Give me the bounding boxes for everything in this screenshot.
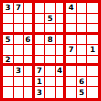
cell-r8c7[interactable] bbox=[66, 77, 77, 88]
cell-r1c7[interactable]: 4 bbox=[66, 3, 77, 14]
cell-r3c6[interactable] bbox=[56, 24, 67, 35]
cell-r2c6[interactable] bbox=[56, 14, 67, 25]
cell-r7c3[interactable] bbox=[24, 66, 35, 77]
cell-r7c6[interactable]: 4 bbox=[56, 66, 67, 77]
cell-r8c8[interactable]: 6 bbox=[77, 77, 88, 88]
cell-r5c6[interactable] bbox=[56, 45, 67, 56]
cell-r9c2[interactable] bbox=[14, 87, 25, 98]
cell-r2c5[interactable]: 5 bbox=[45, 14, 56, 25]
cell-r1c4[interactable] bbox=[35, 3, 46, 14]
cell-r1c3[interactable] bbox=[24, 3, 35, 14]
cell-r1c5[interactable] bbox=[45, 3, 56, 14]
cell-r7c4[interactable]: 7 bbox=[35, 66, 46, 77]
cell-r9c6[interactable] bbox=[56, 87, 67, 98]
cell-r4c6[interactable] bbox=[56, 35, 67, 46]
cell-r3c5[interactable] bbox=[45, 24, 56, 35]
cell-r7c7[interactable] bbox=[66, 66, 77, 77]
cell-r2c9[interactable] bbox=[87, 14, 98, 25]
cell-r8c6[interactable] bbox=[56, 77, 67, 88]
cell-r8c4[interactable]: 1 bbox=[35, 77, 46, 88]
cell-r8c1[interactable] bbox=[3, 77, 14, 88]
cell-r4c8[interactable] bbox=[77, 35, 88, 46]
cell-r6c6[interactable] bbox=[56, 56, 67, 67]
cell-r2c8[interactable] bbox=[77, 14, 88, 25]
cell-r5c5[interactable] bbox=[45, 45, 56, 56]
cell-r3c8[interactable] bbox=[77, 24, 88, 35]
cell-r4c4[interactable] bbox=[35, 35, 46, 46]
cell-r2c4[interactable] bbox=[35, 14, 46, 25]
cell-r7c9[interactable] bbox=[87, 66, 98, 77]
cell-r1c8[interactable] bbox=[77, 3, 88, 14]
cell-r5c8[interactable] bbox=[77, 45, 88, 56]
cell-r3c4[interactable] bbox=[35, 24, 46, 35]
cell-r3c3[interactable] bbox=[24, 24, 35, 35]
cell-r9c8[interactable]: 5 bbox=[77, 87, 88, 98]
cell-r5c2[interactable] bbox=[14, 45, 25, 56]
cell-r1c9[interactable] bbox=[87, 3, 98, 14]
cell-r8c2[interactable] bbox=[14, 77, 25, 88]
cell-r8c5[interactable] bbox=[45, 77, 56, 88]
cell-r6c5[interactable] bbox=[45, 56, 56, 67]
sudoku-board: 37455687123741635 bbox=[0, 0, 101, 101]
cell-r4c3[interactable]: 6 bbox=[24, 35, 35, 46]
cell-r9c3[interactable] bbox=[24, 87, 35, 98]
cell-r7c1[interactable] bbox=[3, 66, 14, 77]
cell-r2c7[interactable] bbox=[66, 14, 77, 25]
cell-r5c3[interactable] bbox=[24, 45, 35, 56]
cell-r9c9[interactable] bbox=[87, 87, 98, 98]
cell-r5c4[interactable] bbox=[35, 45, 46, 56]
cell-r1c1[interactable]: 3 bbox=[3, 3, 14, 14]
cell-r6c1[interactable]: 2 bbox=[3, 56, 14, 67]
cell-r6c7[interactable] bbox=[66, 56, 77, 67]
cell-r1c2[interactable]: 7 bbox=[14, 3, 25, 14]
cell-r1c6[interactable] bbox=[56, 3, 67, 14]
cell-r7c2[interactable]: 3 bbox=[14, 66, 25, 77]
cell-r9c5[interactable] bbox=[45, 87, 56, 98]
cell-r6c3[interactable] bbox=[24, 56, 35, 67]
cell-r5c1[interactable] bbox=[3, 45, 14, 56]
cell-r4c7[interactable] bbox=[66, 35, 77, 46]
cell-r6c8[interactable] bbox=[77, 56, 88, 67]
cell-r9c4[interactable]: 3 bbox=[35, 87, 46, 98]
cell-r2c2[interactable] bbox=[14, 14, 25, 25]
cell-r7c5[interactable] bbox=[45, 66, 56, 77]
cell-r4c5[interactable]: 8 bbox=[45, 35, 56, 46]
cell-r4c9[interactable] bbox=[87, 35, 98, 46]
cell-r5c7[interactable]: 7 bbox=[66, 45, 77, 56]
cell-r3c9[interactable] bbox=[87, 24, 98, 35]
cell-r4c2[interactable] bbox=[14, 35, 25, 46]
cell-r9c1[interactable] bbox=[3, 87, 14, 98]
cell-r9c7[interactable] bbox=[66, 87, 77, 98]
cell-r3c2[interactable] bbox=[14, 24, 25, 35]
cell-r2c3[interactable] bbox=[24, 14, 35, 25]
cell-r4c1[interactable]: 5 bbox=[3, 35, 14, 46]
cell-r3c1[interactable] bbox=[3, 24, 14, 35]
cell-r8c3[interactable] bbox=[24, 77, 35, 88]
cell-r7c8[interactable] bbox=[77, 66, 88, 77]
cell-r6c4[interactable] bbox=[35, 56, 46, 67]
cell-r6c2[interactable] bbox=[14, 56, 25, 67]
cell-r8c9[interactable] bbox=[87, 77, 98, 88]
cell-r2c1[interactable] bbox=[3, 14, 14, 25]
cell-r5c9[interactable]: 1 bbox=[87, 45, 98, 56]
cell-r3c7[interactable] bbox=[66, 24, 77, 35]
cell-r6c9[interactable] bbox=[87, 56, 98, 67]
